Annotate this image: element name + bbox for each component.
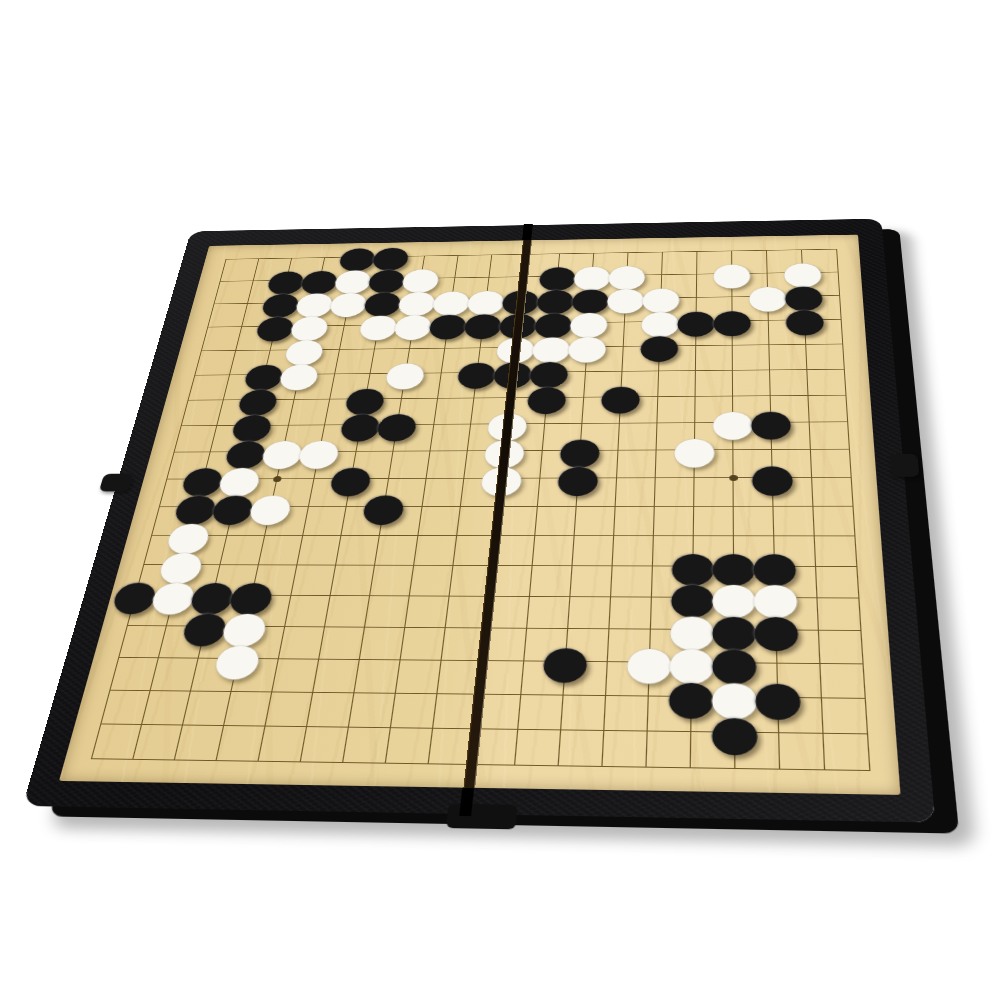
go-board: ●●●●●●●●●●●●●●●●●●●●●●●●●●●●●●●●●●●●●●●●… xyxy=(22,219,935,823)
product-photo-canvas: ●●●●●●●●●●●●●●●●●●●●●●●●●●●●●●●●●●●●●●●●… xyxy=(0,0,1000,1000)
hinge-pin-right xyxy=(890,454,920,477)
black-stone: ● xyxy=(745,458,799,496)
board-frame: ●●●●●●●●●●●●●●●●●●●●●●●●●●●●●●●●●●●●●●●●… xyxy=(22,219,935,823)
white-stone: ● xyxy=(241,488,300,526)
black-stone: ● xyxy=(595,379,647,414)
hinge-notch-top xyxy=(522,224,533,241)
black-stone: ● xyxy=(551,459,605,497)
black-stone: ● xyxy=(745,404,798,441)
black-stone: ● xyxy=(535,639,595,684)
white-stone: ● xyxy=(206,636,270,680)
scene: ●●●●●●●●●●●●●●●●●●●●●●●●●●●●●●●●●●●●●●●●… xyxy=(0,0,1000,1000)
bottom-clasp xyxy=(446,804,518,830)
black-stone: ● xyxy=(634,329,684,363)
black-stone: ● xyxy=(780,303,831,336)
white-stone: ● xyxy=(668,431,720,468)
black-stone: ● xyxy=(355,487,413,526)
hinge-pin-left xyxy=(99,474,134,492)
star-point xyxy=(272,476,281,482)
black-stone: ● xyxy=(705,708,765,757)
star-point xyxy=(729,475,737,481)
black-stone: ● xyxy=(708,304,757,337)
black-stone: ● xyxy=(370,407,425,443)
